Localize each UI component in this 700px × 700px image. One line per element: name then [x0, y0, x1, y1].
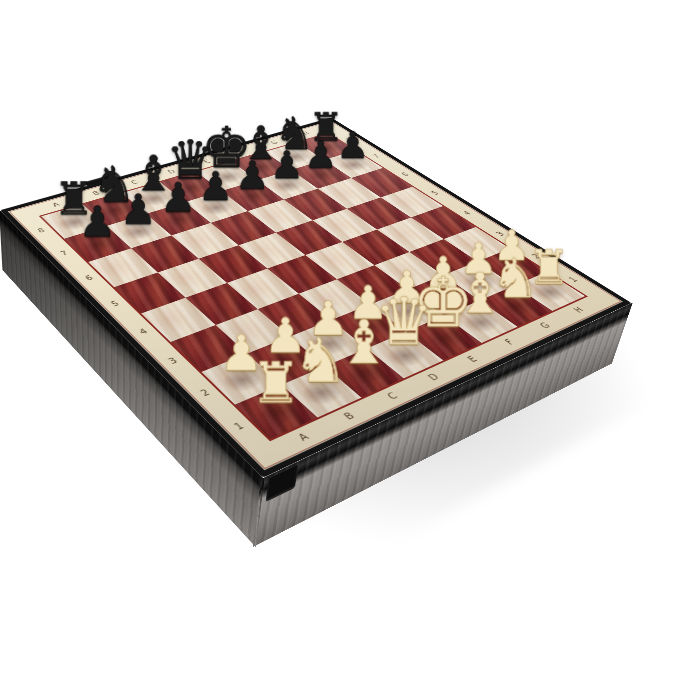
- photo-background: { "game": "chess", "scene_type": "produc…: [0, 0, 700, 700]
- white-rook-icon: ♜: [228, 355, 323, 411]
- chess-set-photo: AABBCCDDEEFFGGHH8877665544332211 ♜♞♝♛♚♝♞…: [0, 0, 700, 700]
- chess-set: AABBCCDDEEFFGGHH8877665544332211 ♜♞♝♛♚♝♞…: [0, 118, 632, 478]
